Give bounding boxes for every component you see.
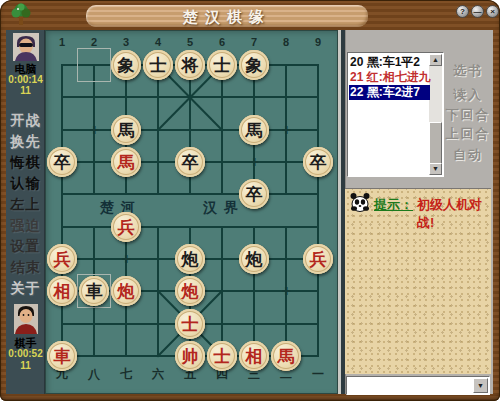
piece-black-象[interactable]: 象 xyxy=(111,50,141,80)
scroll-down-button[interactable]: ▼ xyxy=(429,163,442,175)
right-panel: ▲ ▼ 20 黑:车1平221 红:相七进九22 黑:车2进7 选书读入下回合上… xyxy=(345,30,493,394)
file-label-bottom: 一 xyxy=(309,366,327,383)
file-label-bottom: 七 xyxy=(117,366,135,383)
player-time: 0:00:52 xyxy=(6,348,45,359)
file-label-top: 6 xyxy=(213,36,231,48)
piece-black-卒[interactable]: 卒 xyxy=(175,147,205,177)
sidebar-menu-item[interactable]: 左上 xyxy=(6,196,45,217)
point-marker: ✚ xyxy=(279,123,293,137)
point-marker: ✚ xyxy=(119,252,133,266)
window-title: 楚汉棋缘 xyxy=(86,8,368,27)
piece-black-車[interactable]: 車 xyxy=(79,276,109,306)
piece-red-相[interactable]: 相 xyxy=(47,276,77,306)
panel-button-4[interactable]: 上回合 xyxy=(445,125,491,143)
hint-text: 初级人机对战! xyxy=(417,196,491,232)
file-label-top: 2 xyxy=(85,36,103,48)
scroll-up-button[interactable]: ▲ xyxy=(429,54,442,66)
sidebar-menu-item[interactable]: 换先 xyxy=(6,133,45,154)
piece-red-兵[interactable]: 兵 xyxy=(303,244,333,274)
file-label-top: 9 xyxy=(309,36,327,48)
title-bar[interactable]: 楚汉棋缘 ?—× xyxy=(0,0,500,30)
point-marker: ✚ xyxy=(87,123,101,137)
piece-red-車[interactable]: 車 xyxy=(47,341,77,371)
piece-red-馬[interactable]: 馬 xyxy=(271,341,301,371)
tree-icon xyxy=(8,2,34,28)
move-row[interactable]: 21 红:相七进九 xyxy=(349,70,430,85)
piece-red-帅[interactable]: 帅 xyxy=(175,341,205,371)
panel-button-2[interactable]: 读入 xyxy=(445,86,491,104)
hint-label: 提示： xyxy=(374,196,413,214)
point-marker: ✚ xyxy=(279,284,293,298)
close-button[interactable]: × xyxy=(486,5,499,18)
piece-black-士[interactable]: 士 xyxy=(207,50,237,80)
hint-panel: 提示： 初级人机对战! xyxy=(345,188,491,374)
river-right: 汉界 xyxy=(203,199,245,217)
player-count: 11 xyxy=(6,360,45,371)
sidebar-menu-item[interactable]: 强迫 xyxy=(6,217,45,238)
minimize-button[interactable]: — xyxy=(471,5,484,18)
scroll-thumb[interactable] xyxy=(429,122,442,164)
move-row[interactable]: 20 黑:车1平2 xyxy=(349,55,430,70)
app-window: 楚汉棋缘 ?—× 电脑 0:00:14 11 开战换先悔棋认输左上强迫设置结束关… xyxy=(0,0,500,401)
piece-black-炮[interactable]: 炮 xyxy=(175,244,205,274)
panel-button-3[interactable]: 下回合 xyxy=(445,106,491,124)
piece-red-相[interactable]: 相 xyxy=(239,341,269,371)
piece-black-将[interactable]: 将 xyxy=(175,50,205,80)
piece-black-卒[interactable]: 卒 xyxy=(239,179,269,209)
piece-red-炮[interactable]: 炮 xyxy=(175,276,205,306)
piece-red-兵[interactable]: 兵 xyxy=(111,212,141,242)
panda-icon xyxy=(349,192,371,212)
panel-button-5[interactable]: 自动 xyxy=(445,146,491,164)
board-grid xyxy=(45,30,338,394)
piece-red-馬[interactable]: 馬 xyxy=(111,147,141,177)
piece-black-卒[interactable]: 卒 xyxy=(47,147,77,177)
piece-red-炮[interactable]: 炮 xyxy=(111,276,141,306)
piece-black-馬[interactable]: 馬 xyxy=(111,115,141,145)
left-sidebar: 电脑 0:00:14 11 开战换先悔棋认输左上强迫设置结束关于 棋手 0:00… xyxy=(6,30,45,394)
computer-time: 0:00:14 xyxy=(6,74,45,85)
last-move-from-marker xyxy=(77,48,111,82)
piece-red-士[interactable]: 士 xyxy=(175,309,205,339)
sidebar-menu-item[interactable]: 认输 xyxy=(6,175,45,196)
panel-button-1[interactable]: 选书 xyxy=(445,62,491,80)
file-label-top: 4 xyxy=(149,36,167,48)
piece-red-兵[interactable]: 兵 xyxy=(47,244,77,274)
sidebar-menu-item[interactable]: 悔棋 xyxy=(6,154,45,175)
move-list-scrollbar[interactable]: ▲ ▼ xyxy=(429,54,442,175)
computer-count: 11 xyxy=(6,85,45,96)
piece-red-士[interactable]: 士 xyxy=(207,341,237,371)
piece-black-卒[interactable]: 卒 xyxy=(303,147,333,177)
file-label-top: 7 xyxy=(245,36,263,48)
file-label-top: 1 xyxy=(53,36,71,48)
title-band: 楚汉棋缘 xyxy=(86,5,368,27)
file-label-top: 3 xyxy=(117,36,135,48)
sidebar-menu-item[interactable]: 关于 xyxy=(6,280,45,301)
move-list[interactable]: ▲ ▼ 20 黑:车1平221 红:相七进九22 黑:车2进7 xyxy=(347,52,444,177)
file-label-bottom: 八 xyxy=(85,366,103,383)
file-label-bottom: 六 xyxy=(149,366,167,383)
player-avatar xyxy=(14,304,38,338)
combobox-dropdown-icon[interactable]: ▼ xyxy=(473,378,488,393)
piece-black-象[interactable]: 象 xyxy=(239,50,269,80)
piece-black-馬[interactable]: 馬 xyxy=(239,115,269,145)
board[interactable]: 123456789九八七六五四三二一楚河汉界✚✚✚✚✚象士将士象馬馬卒馬卒卒卒兵… xyxy=(45,30,338,394)
sidebar-menu-item[interactable]: 开战 xyxy=(6,112,45,133)
piece-black-炮[interactable]: 炮 xyxy=(239,244,269,274)
computer-avatar xyxy=(13,33,39,65)
file-label-top: 8 xyxy=(277,36,295,48)
piece-black-士[interactable]: 士 xyxy=(143,50,173,80)
chat-combobox[interactable]: ▼ xyxy=(346,376,490,395)
point-marker: ✚ xyxy=(247,155,261,169)
move-row[interactable]: 22 黑:车2进7 xyxy=(349,85,430,100)
sidebar-menu-item[interactable]: 结束 xyxy=(6,259,45,280)
help-button[interactable]: ? xyxy=(456,5,469,18)
sidebar-menu-item[interactable]: 设置 xyxy=(6,238,45,259)
file-label-top: 5 xyxy=(181,36,199,48)
